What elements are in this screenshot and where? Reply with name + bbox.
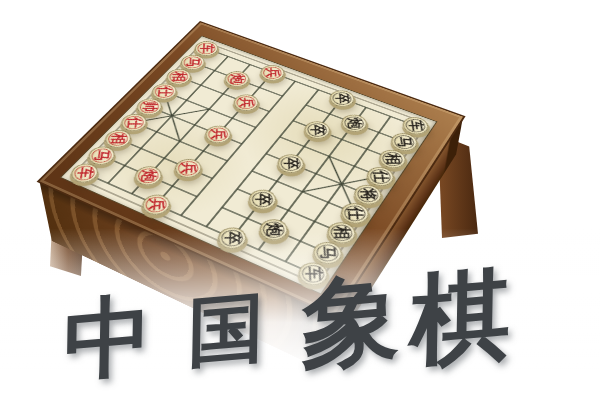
piece-glyph: 仕 xyxy=(371,171,389,183)
piece-glyph: 车 xyxy=(199,44,214,53)
piece-glyph: 相 xyxy=(109,133,126,144)
piece-black-仕[interactable]: 仕 xyxy=(362,164,398,190)
title-char-guo: 国 xyxy=(187,289,265,371)
piece-glyph: 将 xyxy=(359,189,377,201)
piece-glyph: 兵 xyxy=(180,163,197,175)
piece-glyph: 炮 xyxy=(229,74,244,84)
title-char-zhong: 中 xyxy=(63,290,153,385)
piece-glyph: 兵 xyxy=(210,129,226,140)
piece-glyph: 卒 xyxy=(283,158,300,169)
piece-black-卒[interactable]: 卒 xyxy=(244,186,281,213)
piece-glyph: 相 xyxy=(384,153,402,164)
piece-black-仕[interactable]: 仕 xyxy=(336,200,373,228)
piece-glyph: 炮 xyxy=(139,170,157,182)
piece-red-兵[interactable]: 兵 xyxy=(137,191,175,219)
piece-glyph: 马 xyxy=(395,137,412,148)
piece-glyph: 兵 xyxy=(238,98,253,108)
piece-glyph: 马 xyxy=(185,58,200,67)
piece-glyph: 兵 xyxy=(147,198,165,210)
piece-glyph: 炮 xyxy=(346,118,363,129)
piece-glyph: 兵 xyxy=(265,68,280,78)
piece-glyph: 车 xyxy=(407,120,424,131)
piece-glyph: 帅 xyxy=(141,102,157,112)
piece-red-兵[interactable]: 兵 xyxy=(170,156,207,182)
piece-glyph: 仕 xyxy=(156,87,172,97)
piece-glyph: 仕 xyxy=(346,207,364,220)
piece-glyph: 卒 xyxy=(334,94,350,104)
piece-glyph: 卒 xyxy=(309,125,325,136)
piece-black-相[interactable]: 相 xyxy=(375,147,410,172)
title-char-xiang: 象 xyxy=(301,268,401,374)
piece-black-卒[interactable]: 卒 xyxy=(273,151,309,176)
piece-red-车[interactable]: 车 xyxy=(66,160,104,186)
piece-glyph: 车 xyxy=(75,167,93,179)
title-char-qi: 棋 xyxy=(409,264,511,372)
piece-glyph: 相 xyxy=(171,72,187,82)
piece-glyph: 卒 xyxy=(254,193,271,205)
piece-black-将[interactable]: 将 xyxy=(350,181,386,208)
piece-glyph: 马 xyxy=(93,150,111,161)
piece-glyph: 仕 xyxy=(125,117,142,128)
piece-red-炮[interactable]: 炮 xyxy=(130,163,167,189)
illustration-stage: 车马相仕帅仕相马车炮炮兵兵兵兵兵卒卒卒卒卒炮炮车马相仕将仕相马车 中 国 象 棋 xyxy=(0,0,600,400)
